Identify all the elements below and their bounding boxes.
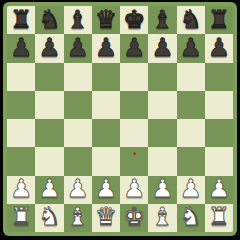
square-f3[interactable]	[148, 147, 176, 175]
square-e8[interactable]: ♚	[120, 6, 148, 34]
piece-white-pawn[interactable]: ♟	[123, 176, 145, 201]
square-a7[interactable]: ♟	[7, 34, 35, 62]
square-e3[interactable]	[120, 147, 148, 175]
square-d3[interactable]	[92, 147, 120, 175]
piece-white-pawn[interactable]: ♟	[95, 176, 117, 201]
square-b7[interactable]: ♟	[35, 34, 63, 62]
piece-black-pawn[interactable]: ♟	[10, 35, 32, 60]
square-g2[interactable]: ♟	[177, 176, 205, 204]
chess-app: ♜♞♝♛♚♝♞♜♟♟♟♟♟♟♟♟♟♟♟♟♟♟♟♟♜♞♝♛♚♝♞♜	[0, 0, 240, 240]
piece-white-king[interactable]: ♚	[123, 204, 145, 229]
piece-black-queen[interactable]: ♛	[95, 7, 117, 32]
square-g6[interactable]	[177, 63, 205, 91]
square-c7[interactable]: ♟	[64, 34, 92, 62]
board-grid: ♜♞♝♛♚♝♞♜♟♟♟♟♟♟♟♟♟♟♟♟♟♟♟♟♜♞♝♛♚♝♞♜	[7, 6, 233, 232]
piece-black-pawn[interactable]: ♟	[66, 35, 88, 60]
square-h3[interactable]	[205, 147, 233, 175]
square-e5[interactable]	[120, 91, 148, 119]
piece-black-rook[interactable]: ♜	[208, 7, 230, 32]
square-d6[interactable]	[92, 63, 120, 91]
square-g1[interactable]: ♞	[177, 204, 205, 232]
square-c6[interactable]	[64, 63, 92, 91]
square-e6[interactable]	[120, 63, 148, 91]
square-c3[interactable]	[64, 147, 92, 175]
square-c2[interactable]: ♟	[64, 176, 92, 204]
square-f1[interactable]: ♝	[148, 204, 176, 232]
square-f6[interactable]	[148, 63, 176, 91]
square-h7[interactable]: ♟	[205, 34, 233, 62]
square-g3[interactable]	[177, 147, 205, 175]
square-c4[interactable]	[64, 119, 92, 147]
square-f8[interactable]: ♝	[148, 6, 176, 34]
piece-white-rook[interactable]: ♜	[208, 204, 230, 229]
piece-black-pawn[interactable]: ♟	[179, 35, 201, 60]
square-h1[interactable]: ♜	[205, 204, 233, 232]
piece-black-pawn[interactable]: ♟	[208, 35, 230, 60]
piece-white-pawn[interactable]: ♟	[179, 176, 201, 201]
red-dot-marker	[133, 152, 136, 155]
square-g8[interactable]: ♞	[177, 6, 205, 34]
square-a8[interactable]: ♜	[7, 6, 35, 34]
piece-black-bishop[interactable]: ♝	[151, 7, 173, 32]
piece-white-knight[interactable]: ♞	[38, 204, 60, 229]
piece-white-pawn[interactable]: ♟	[66, 176, 88, 201]
square-h6[interactable]	[205, 63, 233, 91]
square-f4[interactable]	[148, 119, 176, 147]
square-f7[interactable]: ♟	[148, 34, 176, 62]
square-e1[interactable]: ♚	[120, 204, 148, 232]
square-d2[interactable]: ♟	[92, 176, 120, 204]
piece-black-king[interactable]: ♚	[123, 7, 145, 32]
piece-white-queen[interactable]: ♛	[95, 204, 117, 229]
square-c1[interactable]: ♝	[64, 204, 92, 232]
piece-black-rook[interactable]: ♜	[10, 7, 32, 32]
square-g5[interactable]	[177, 91, 205, 119]
square-d7[interactable]: ♟	[92, 34, 120, 62]
square-a1[interactable]: ♜	[7, 204, 35, 232]
piece-black-pawn[interactable]: ♟	[95, 35, 117, 60]
piece-white-bishop[interactable]: ♝	[66, 204, 88, 229]
square-b3[interactable]	[35, 147, 63, 175]
square-f5[interactable]	[148, 91, 176, 119]
square-e4[interactable]	[120, 119, 148, 147]
square-h5[interactable]	[205, 91, 233, 119]
square-f2[interactable]: ♟	[148, 176, 176, 204]
piece-white-pawn[interactable]: ♟	[151, 176, 173, 201]
square-b5[interactable]	[35, 91, 63, 119]
square-d8[interactable]: ♛	[92, 6, 120, 34]
square-a2[interactable]: ♟	[7, 176, 35, 204]
piece-black-pawn[interactable]: ♟	[38, 35, 60, 60]
square-h4[interactable]	[205, 119, 233, 147]
square-a6[interactable]	[7, 63, 35, 91]
piece-white-bishop[interactable]: ♝	[151, 204, 173, 229]
square-d1[interactable]: ♛	[92, 204, 120, 232]
square-b1[interactable]: ♞	[35, 204, 63, 232]
square-g4[interactable]	[177, 119, 205, 147]
square-g7[interactable]: ♟	[177, 34, 205, 62]
square-c5[interactable]	[64, 91, 92, 119]
square-b6[interactable]	[35, 63, 63, 91]
square-e7[interactable]: ♟	[120, 34, 148, 62]
piece-black-bishop[interactable]: ♝	[66, 7, 88, 32]
square-b4[interactable]	[35, 119, 63, 147]
piece-white-pawn[interactable]: ♟	[208, 176, 230, 201]
piece-white-pawn[interactable]: ♟	[38, 176, 60, 201]
square-b8[interactable]: ♞	[35, 6, 63, 34]
square-a5[interactable]	[7, 91, 35, 119]
chess-board: ♜♞♝♛♚♝♞♜♟♟♟♟♟♟♟♟♟♟♟♟♟♟♟♟♜♞♝♛♚♝♞♜	[3, 2, 237, 236]
square-d4[interactable]	[92, 119, 120, 147]
piece-black-knight[interactable]: ♞	[179, 7, 201, 32]
square-h2[interactable]: ♟	[205, 176, 233, 204]
square-c8[interactable]: ♝	[64, 6, 92, 34]
piece-white-rook[interactable]: ♜	[10, 204, 32, 229]
square-a3[interactable]	[7, 147, 35, 175]
square-d5[interactable]	[92, 91, 120, 119]
piece-black-knight[interactable]: ♞	[38, 7, 60, 32]
piece-white-pawn[interactable]: ♟	[10, 176, 32, 201]
piece-black-pawn[interactable]: ♟	[151, 35, 173, 60]
square-h8[interactable]: ♜	[205, 6, 233, 34]
piece-black-pawn[interactable]: ♟	[123, 35, 145, 60]
square-a4[interactable]	[7, 119, 35, 147]
square-e2[interactable]: ♟	[120, 176, 148, 204]
piece-white-knight[interactable]: ♞	[179, 204, 201, 229]
square-b2[interactable]: ♟	[35, 176, 63, 204]
